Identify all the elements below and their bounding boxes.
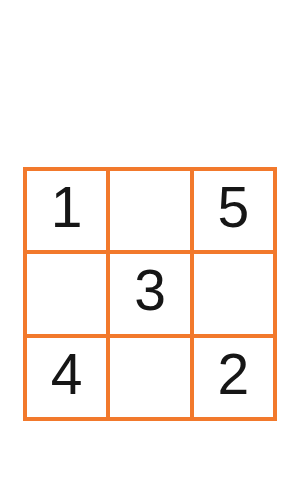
cell-value: 5 xyxy=(217,179,249,236)
cell-r0c1[interactable] xyxy=(110,171,189,250)
cell-r2c1[interactable] xyxy=(110,338,189,417)
cell-value: 3 xyxy=(134,262,166,319)
puzzle-page: 1 5 3 4 2 xyxy=(0,0,293,500)
cell-r1c1[interactable]: 3 xyxy=(110,254,189,333)
cell-r0c0[interactable]: 1 xyxy=(27,171,106,250)
cell-value: 4 xyxy=(51,346,83,403)
cell-r1c2[interactable] xyxy=(194,254,273,333)
cell-r2c0[interactable]: 4 xyxy=(27,338,106,417)
puzzle-board: 1 5 3 4 2 xyxy=(23,167,277,421)
cell-r0c2[interactable]: 5 xyxy=(194,171,273,250)
cell-r1c0[interactable] xyxy=(27,254,106,333)
cell-value: 2 xyxy=(217,346,249,403)
cell-r2c2[interactable]: 2 xyxy=(194,338,273,417)
cell-value: 1 xyxy=(51,179,83,236)
